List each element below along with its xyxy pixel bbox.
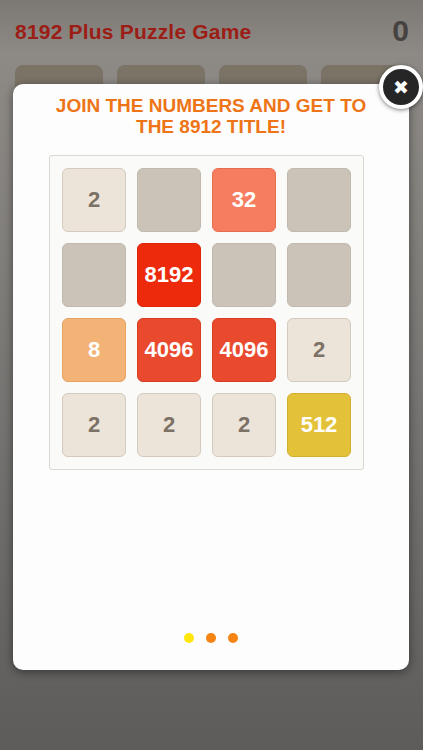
tutorial-heading-line1: JOIN THE NUMBERS AND GET TO (13, 95, 409, 116)
empty-cell (62, 243, 126, 307)
pagination-dot-page-1-active[interactable] (184, 633, 194, 643)
tile-2: 2 (62, 393, 126, 457)
tutorial-heading: JOIN THE NUMBERS AND GET TO THE 8912 TIT… (13, 95, 409, 137)
tile-8: 8 (62, 318, 126, 382)
close-icon: ✖ (393, 78, 409, 97)
tile-2: 2 (287, 318, 351, 382)
tile-2: 2 (212, 393, 276, 457)
board-panel: 23281928409640962222512 (49, 155, 364, 470)
app-title: 8192 Plus Puzzle Game (15, 20, 251, 44)
tile-2: 2 (62, 168, 126, 232)
tile-2: 2 (137, 393, 201, 457)
pagination-dot-page-2[interactable] (206, 633, 216, 643)
tile-4096: 4096 (137, 318, 201, 382)
tile-512: 512 (287, 393, 351, 457)
empty-cell (212, 243, 276, 307)
empty-cell (287, 243, 351, 307)
tutorial-heading-line2: THE 8912 TITLE! (13, 116, 409, 137)
empty-cell (287, 168, 351, 232)
tile-4096: 4096 (212, 318, 276, 382)
tile-32: 32 (212, 168, 276, 232)
tile-8192: 8192 (137, 243, 201, 307)
close-button[interactable]: ✖ (379, 65, 423, 109)
tutorial-modal: JOIN THE NUMBERS AND GET TO THE 8912 TIT… (13, 84, 409, 670)
board-grid: 23281928409640962222512 (50, 156, 363, 469)
pagination-dot-page-3[interactable] (228, 633, 238, 643)
empty-cell (137, 168, 201, 232)
pagination-dots (13, 633, 409, 643)
score-value: 0 (392, 14, 409, 48)
